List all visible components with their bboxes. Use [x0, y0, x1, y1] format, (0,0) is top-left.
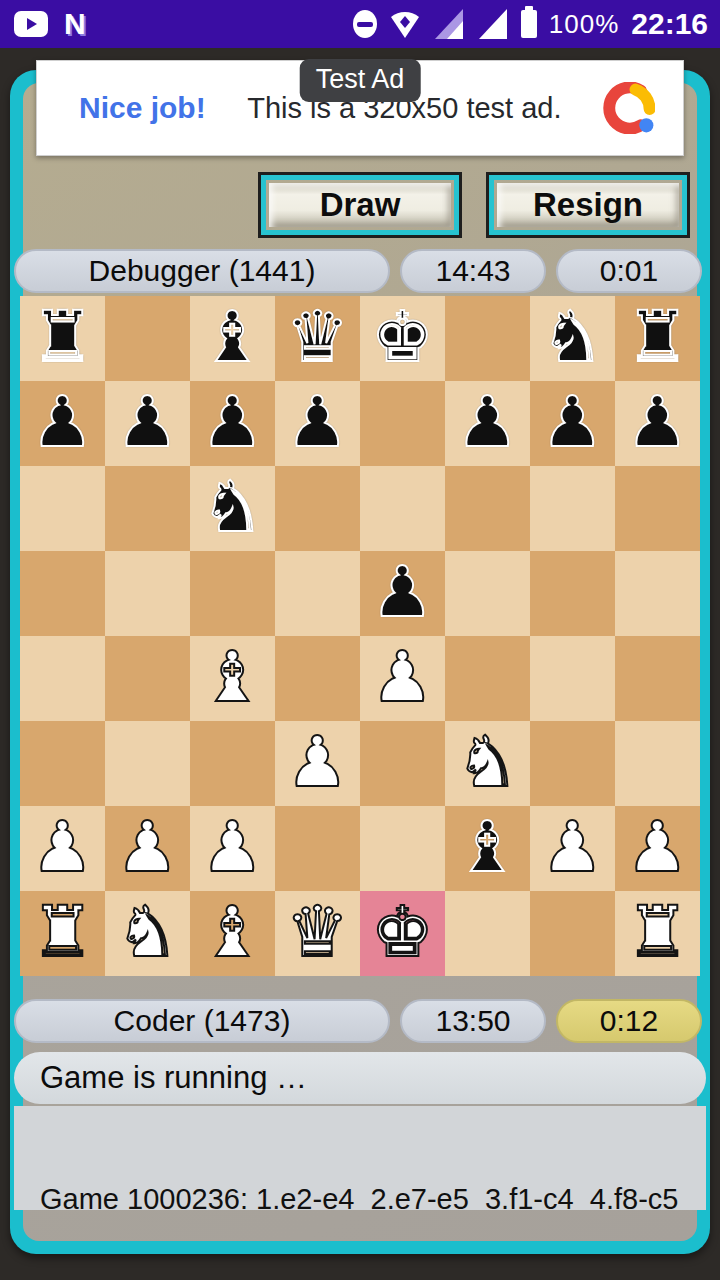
player-move-clock-active: 0:12: [556, 999, 702, 1043]
screen: N 100% 22:16 Test Ad Nice job!: [0, 0, 720, 1280]
square-h1[interactable]: ♜: [615, 891, 700, 976]
black-bishop-f2[interactable]: ♝: [456, 812, 519, 882]
white-queen-d1[interactable]: ♛: [286, 897, 349, 967]
square-b1[interactable]: ♞: [105, 891, 190, 976]
square-a5[interactable]: [20, 551, 105, 636]
youtube-icon: [14, 11, 48, 37]
player-name-field: Coder (1473): [14, 999, 390, 1043]
white-pawn-b2[interactable]: ♟: [116, 812, 179, 882]
move-list: Game 1000236: 1.e2-e4 2.e7-e5 3.f1-c4 4.…: [14, 1106, 706, 1210]
white-knight-b1[interactable]: ♞: [116, 897, 179, 967]
white-pawn-d3[interactable]: ♟: [286, 727, 349, 797]
square-c8[interactable]: ♝: [190, 296, 275, 381]
square-b2[interactable]: ♟: [105, 806, 190, 891]
square-b7[interactable]: ♟: [105, 381, 190, 466]
move-list-line-1: Game 1000236: 1.e2-e4 2.e7-e5 3.f1-c4 4.…: [40, 1182, 706, 1216]
ad-banner[interactable]: Test Ad Nice job! This is a 320x50 test …: [36, 60, 684, 156]
square-d3[interactable]: ♟: [275, 721, 360, 806]
black-king-e8[interactable]: ♚: [371, 302, 434, 372]
opponent-main-time: 14:43: [435, 254, 510, 288]
black-bishop-c8[interactable]: ♝: [201, 302, 264, 372]
signal-icon-sim1: [433, 9, 465, 39]
white-king-e1[interactable]: ♚: [371, 897, 434, 967]
square-e7[interactable]: [360, 381, 445, 466]
black-pawn-h7[interactable]: ♟: [626, 387, 689, 457]
player-main-time: 13:50: [435, 1004, 510, 1038]
chess-board: ♜♝♛♚♞♜♟♟♟♟♟♟♟♞♟♝♟♟♞♟♟♟♝♟♟♜♞♝♛♚♜: [20, 296, 700, 976]
black-pawn-b7[interactable]: ♟: [116, 387, 179, 457]
square-g3[interactable]: [530, 721, 615, 806]
square-b3[interactable]: [105, 721, 190, 806]
opponent-move-time: 0:01: [600, 254, 658, 288]
square-c1[interactable]: ♝: [190, 891, 275, 976]
square-d8[interactable]: ♛: [275, 296, 360, 381]
square-a1[interactable]: ♜: [20, 891, 105, 976]
square-f2[interactable]: ♝: [445, 806, 530, 891]
square-a7[interactable]: ♟: [20, 381, 105, 466]
square-d2[interactable]: [275, 806, 360, 891]
square-c6[interactable]: ♞: [190, 466, 275, 551]
black-pawn-c7[interactable]: ♟: [201, 387, 264, 457]
square-c4[interactable]: ♝: [190, 636, 275, 721]
test-ad-badge: Test Ad: [300, 59, 421, 102]
white-pawn-e4[interactable]: ♟: [371, 642, 434, 712]
white-rook-h1[interactable]: ♜: [626, 897, 689, 967]
black-queen-d8[interactable]: ♛: [286, 302, 349, 372]
player-name: Coder (1473): [114, 1004, 291, 1038]
square-f3[interactable]: ♞: [445, 721, 530, 806]
square-h4[interactable]: [615, 636, 700, 721]
white-pawn-g2[interactable]: ♟: [541, 812, 604, 882]
square-d5[interactable]: [275, 551, 360, 636]
square-g1[interactable]: [530, 891, 615, 976]
resign-button[interactable]: Resign: [486, 172, 690, 238]
square-f5[interactable]: [445, 551, 530, 636]
square-f7[interactable]: ♟: [445, 381, 530, 466]
square-h3[interactable]: [615, 721, 700, 806]
square-a3[interactable]: [20, 721, 105, 806]
square-e8[interactable]: ♚: [360, 296, 445, 381]
square-e1[interactable]: ♚: [360, 891, 445, 976]
opponent-name-field: Debugger (1441): [14, 249, 390, 293]
square-e6[interactable]: [360, 466, 445, 551]
wifi-vpn-icon: [389, 9, 421, 39]
ad-headline[interactable]: Nice job!: [79, 91, 206, 125]
do-not-disturb-icon: [353, 10, 377, 38]
square-h8[interactable]: ♜: [615, 296, 700, 381]
square-e3[interactable]: [360, 721, 445, 806]
square-h7[interactable]: ♟: [615, 381, 700, 466]
android-n-icon: N: [64, 11, 86, 37]
square-g7[interactable]: ♟: [530, 381, 615, 466]
black-knight-c6[interactable]: ♞: [201, 472, 264, 542]
square-g4[interactable]: [530, 636, 615, 721]
square-d1[interactable]: ♛: [275, 891, 360, 976]
square-f8[interactable]: [445, 296, 530, 381]
square-e2[interactable]: [360, 806, 445, 891]
square-b5[interactable]: [105, 551, 190, 636]
black-pawn-g7[interactable]: ♟: [541, 387, 604, 457]
admob-icon: [603, 82, 655, 134]
draw-button-label: Draw: [320, 186, 401, 224]
clock-time: 22:16: [631, 7, 708, 41]
black-rook-h8[interactable]: ♜: [626, 302, 689, 372]
white-pawn-a2[interactable]: ♟: [31, 812, 94, 882]
square-b4[interactable]: [105, 636, 190, 721]
square-e4[interactable]: ♟: [360, 636, 445, 721]
square-d7[interactable]: ♟: [275, 381, 360, 466]
square-c7[interactable]: ♟: [190, 381, 275, 466]
square-h2[interactable]: ♟: [615, 806, 700, 891]
square-g8[interactable]: ♞: [530, 296, 615, 381]
square-c2[interactable]: ♟: [190, 806, 275, 891]
square-a4[interactable]: [20, 636, 105, 721]
black-knight-g8[interactable]: ♞: [541, 302, 604, 372]
square-b8[interactable]: [105, 296, 190, 381]
square-a8[interactable]: ♜: [20, 296, 105, 381]
white-pawn-c2[interactable]: ♟: [201, 812, 264, 882]
player-move-time: 0:12: [600, 1004, 658, 1038]
black-pawn-f7[interactable]: ♟: [456, 387, 519, 457]
square-a6[interactable]: [20, 466, 105, 551]
square-d4[interactable]: [275, 636, 360, 721]
resign-button-label: Resign: [533, 186, 643, 224]
android-status-bar: N 100% 22:16: [0, 0, 720, 48]
opponent-main-clock: 14:43: [400, 249, 546, 293]
opponent-move-clock: 0:01: [556, 249, 702, 293]
game-status-bar: Game is running …: [14, 1052, 706, 1104]
square-c3[interactable]: [190, 721, 275, 806]
white-bishop-c4[interactable]: ♝: [201, 642, 264, 712]
player-main-clock: 13:50: [400, 999, 546, 1043]
square-a2[interactable]: ♟: [20, 806, 105, 891]
square-f4[interactable]: [445, 636, 530, 721]
square-b6[interactable]: [105, 466, 190, 551]
square-g6[interactable]: [530, 466, 615, 551]
square-h6[interactable]: [615, 466, 700, 551]
square-f6[interactable]: [445, 466, 530, 551]
white-bishop-c1[interactable]: ♝: [201, 897, 264, 967]
black-pawn-e5[interactable]: ♟: [371, 557, 434, 627]
battery-icon: [521, 10, 537, 38]
white-rook-a1[interactable]: ♜: [31, 897, 94, 967]
square-e5[interactable]: ♟: [360, 551, 445, 636]
square-c5[interactable]: [190, 551, 275, 636]
square-f1[interactable]: [445, 891, 530, 976]
battery-percent: 100%: [549, 9, 620, 40]
square-h5[interactable]: [615, 551, 700, 636]
white-knight-f3[interactable]: ♞: [456, 727, 519, 797]
square-g5[interactable]: [530, 551, 615, 636]
signal-icon-sim2: [477, 9, 509, 39]
game-status-text: Game is running …: [40, 1060, 307, 1096]
black-rook-a8[interactable]: ♜: [31, 302, 94, 372]
draw-button[interactable]: Draw: [258, 172, 462, 238]
square-d6[interactable]: [275, 466, 360, 551]
square-g2[interactable]: ♟: [530, 806, 615, 891]
black-pawn-d7[interactable]: ♟: [286, 387, 349, 457]
black-pawn-a7[interactable]: ♟: [31, 387, 94, 457]
white-pawn-h2[interactable]: ♟: [626, 812, 689, 882]
opponent-name: Debugger (1441): [89, 254, 316, 288]
